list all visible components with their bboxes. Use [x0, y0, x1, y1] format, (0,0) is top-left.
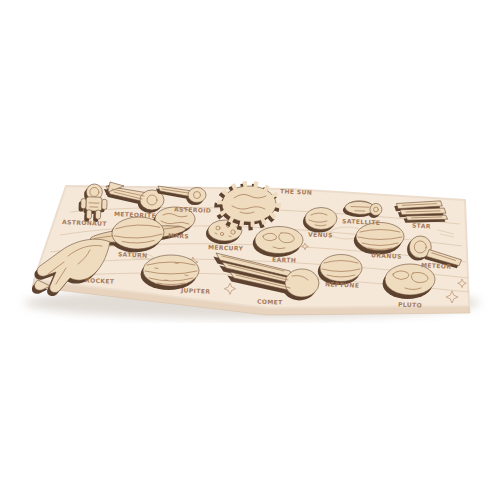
piece-comet[interactable] [214, 249, 322, 303]
label-venus: VENUS [308, 230, 333, 238]
label-meteor: METEOR [421, 261, 452, 269]
piece-jupiter[interactable] [141, 255, 201, 289]
label-pluto: PLUTO [398, 300, 422, 308]
label-mars: MARS [168, 232, 189, 240]
product-photo: ASTRONAUT METEORITE ASTEROID MARS MERCUR… [0, 0, 500, 500]
label-star: STAR [412, 222, 431, 230]
label-mercury: MERCURY [208, 243, 244, 252]
piece-pluto[interactable] [383, 264, 437, 298]
piece-venus[interactable] [303, 206, 339, 232]
label-rocket: ROCKET [85, 276, 115, 284]
label-jupiter: JUPITER [181, 286, 211, 294]
piece-rocket[interactable] [30, 236, 114, 296]
piece-star[interactable] [395, 197, 452, 226]
label-comet: COMET [257, 297, 283, 305]
label-uranus: URANUS [371, 251, 402, 259]
piece-uranus[interactable] [354, 222, 406, 253]
label-saturn: SATURN [118, 250, 148, 258]
label-neptune: NEPTUNE [325, 280, 360, 288]
label-sun: THE SUN [280, 187, 313, 195]
piece-sun[interactable] [216, 182, 282, 230]
piece-asteroid[interactable] [158, 183, 208, 205]
label-earth: EARTH [272, 255, 297, 263]
